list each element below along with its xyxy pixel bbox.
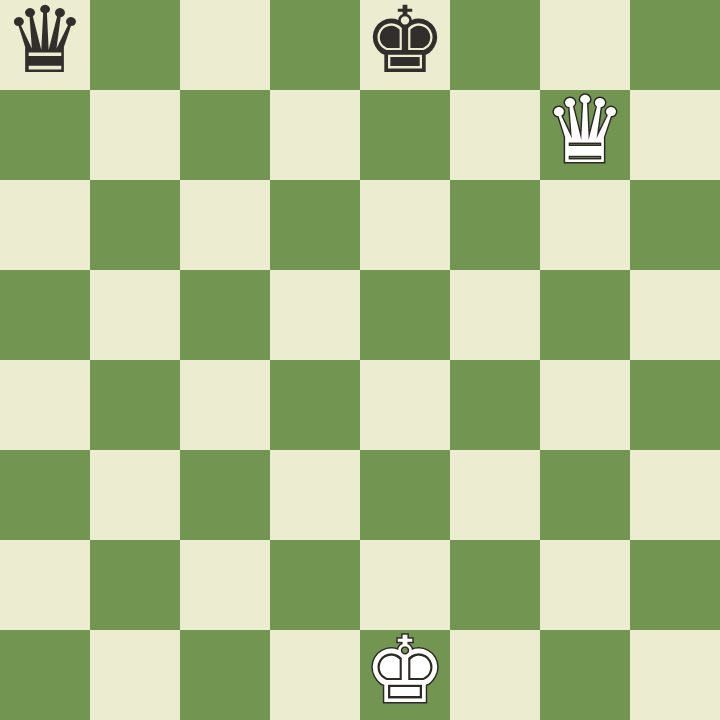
square-b7[interactable]	[90, 90, 180, 180]
square-d8[interactable]	[270, 0, 360, 90]
square-c3[interactable]	[180, 450, 270, 540]
square-g3[interactable]	[540, 450, 630, 540]
square-f2[interactable]	[450, 540, 540, 630]
square-e7[interactable]	[360, 90, 450, 180]
square-d2[interactable]	[270, 540, 360, 630]
square-b3[interactable]	[90, 450, 180, 540]
square-a6[interactable]	[0, 180, 90, 270]
white-queen[interactable]: ♛	[544, 86, 626, 176]
square-e8[interactable]: ♚	[360, 0, 450, 90]
square-b5[interactable]	[90, 270, 180, 360]
black-queen[interactable]: ♛	[4, 0, 86, 86]
square-h8[interactable]	[630, 0, 720, 90]
square-f3[interactable]	[450, 450, 540, 540]
square-f1[interactable]	[450, 630, 540, 720]
square-b4[interactable]	[90, 360, 180, 450]
square-e3[interactable]	[360, 450, 450, 540]
square-b1[interactable]	[90, 630, 180, 720]
square-a3[interactable]	[0, 450, 90, 540]
square-f8[interactable]	[450, 0, 540, 90]
square-h2[interactable]	[630, 540, 720, 630]
square-g1[interactable]	[540, 630, 630, 720]
square-b2[interactable]	[90, 540, 180, 630]
square-c8[interactable]	[180, 0, 270, 90]
square-b6[interactable]	[90, 180, 180, 270]
square-f6[interactable]	[450, 180, 540, 270]
black-king[interactable]: ♚	[364, 0, 446, 86]
square-d7[interactable]	[270, 90, 360, 180]
square-d1[interactable]	[270, 630, 360, 720]
square-c4[interactable]	[180, 360, 270, 450]
square-a8[interactable]: ♛	[0, 0, 90, 90]
square-a4[interactable]	[0, 360, 90, 450]
square-d4[interactable]	[270, 360, 360, 450]
chess-board[interactable]: ♛♚♛♚	[0, 0, 720, 720]
square-e5[interactable]	[360, 270, 450, 360]
square-c2[interactable]	[180, 540, 270, 630]
square-h3[interactable]	[630, 450, 720, 540]
square-a2[interactable]	[0, 540, 90, 630]
white-king[interactable]: ♚	[364, 626, 446, 716]
square-h4[interactable]	[630, 360, 720, 450]
square-d6[interactable]	[270, 180, 360, 270]
square-g5[interactable]	[540, 270, 630, 360]
square-a7[interactable]	[0, 90, 90, 180]
square-e1[interactable]: ♚	[360, 630, 450, 720]
square-g6[interactable]	[540, 180, 630, 270]
square-c5[interactable]	[180, 270, 270, 360]
square-f4[interactable]	[450, 360, 540, 450]
square-f7[interactable]	[450, 90, 540, 180]
square-a5[interactable]	[0, 270, 90, 360]
square-c6[interactable]	[180, 180, 270, 270]
square-c7[interactable]	[180, 90, 270, 180]
square-e6[interactable]	[360, 180, 450, 270]
square-g7[interactable]: ♛	[540, 90, 630, 180]
square-c1[interactable]	[180, 630, 270, 720]
square-f5[interactable]	[450, 270, 540, 360]
square-h5[interactable]	[630, 270, 720, 360]
square-h1[interactable]	[630, 630, 720, 720]
square-g2[interactable]	[540, 540, 630, 630]
square-h7[interactable]	[630, 90, 720, 180]
square-g4[interactable]	[540, 360, 630, 450]
square-e4[interactable]	[360, 360, 450, 450]
square-d3[interactable]	[270, 450, 360, 540]
square-b8[interactable]	[90, 0, 180, 90]
square-a1[interactable]	[0, 630, 90, 720]
square-d5[interactable]	[270, 270, 360, 360]
square-h6[interactable]	[630, 180, 720, 270]
